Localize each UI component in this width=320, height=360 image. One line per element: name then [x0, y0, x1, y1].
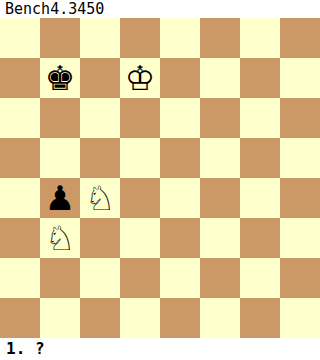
square-d3[interactable] — [120, 218, 160, 258]
square-g1[interactable] — [240, 298, 280, 338]
square-c2[interactable] — [80, 258, 120, 298]
square-b1[interactable] — [40, 298, 80, 338]
square-b6[interactable] — [40, 98, 80, 138]
piece-white-king-d7[interactable]: ♔ — [125, 58, 155, 98]
square-a1[interactable] — [0, 298, 40, 338]
square-c4[interactable]: ♘ — [80, 178, 120, 218]
square-a2[interactable] — [0, 258, 40, 298]
square-h6[interactable] — [280, 98, 320, 138]
square-c6[interactable] — [80, 98, 120, 138]
square-g4[interactable] — [240, 178, 280, 218]
square-c1[interactable] — [80, 298, 120, 338]
square-c3[interactable] — [80, 218, 120, 258]
chess-diagram-window: Bench4.3450 ♚♔♟♘♘ 1. ? — [0, 0, 320, 360]
square-g3[interactable] — [240, 218, 280, 258]
square-b3[interactable]: ♘ — [40, 218, 80, 258]
square-b5[interactable] — [40, 138, 80, 178]
square-h1[interactable] — [280, 298, 320, 338]
square-d5[interactable] — [120, 138, 160, 178]
square-f4[interactable] — [200, 178, 240, 218]
square-e5[interactable] — [160, 138, 200, 178]
square-h4[interactable] — [280, 178, 320, 218]
piece-white-knight-c4[interactable]: ♘ — [85, 178, 115, 218]
piece-white-knight-b3[interactable]: ♘ — [45, 218, 75, 258]
square-e1[interactable] — [160, 298, 200, 338]
square-d2[interactable] — [120, 258, 160, 298]
square-h2[interactable] — [280, 258, 320, 298]
square-f5[interactable] — [200, 138, 240, 178]
square-h3[interactable] — [280, 218, 320, 258]
square-a7[interactable] — [0, 58, 40, 98]
square-d7[interactable]: ♔ — [120, 58, 160, 98]
square-h8[interactable] — [280, 18, 320, 58]
square-d6[interactable] — [120, 98, 160, 138]
square-a5[interactable] — [0, 138, 40, 178]
square-b2[interactable] — [40, 258, 80, 298]
square-g7[interactable] — [240, 58, 280, 98]
square-d4[interactable] — [120, 178, 160, 218]
piece-black-pawn-b4[interactable]: ♟ — [45, 178, 75, 218]
square-f6[interactable] — [200, 98, 240, 138]
piece-black-king-b7[interactable]: ♚ — [45, 58, 75, 98]
square-e2[interactable] — [160, 258, 200, 298]
square-g5[interactable] — [240, 138, 280, 178]
square-d8[interactable] — [120, 18, 160, 58]
chess-board: ♚♔♟♘♘ — [0, 18, 320, 338]
square-e8[interactable] — [160, 18, 200, 58]
square-e6[interactable] — [160, 98, 200, 138]
square-g2[interactable] — [240, 258, 280, 298]
square-a6[interactable] — [0, 98, 40, 138]
square-b7[interactable]: ♚ — [40, 58, 80, 98]
square-c5[interactable] — [80, 138, 120, 178]
move-prompt: 1. ? — [6, 339, 45, 358]
square-f2[interactable] — [200, 258, 240, 298]
square-f1[interactable] — [200, 298, 240, 338]
square-d1[interactable] — [120, 298, 160, 338]
square-f7[interactable] — [200, 58, 240, 98]
square-h7[interactable] — [280, 58, 320, 98]
square-h5[interactable] — [280, 138, 320, 178]
square-b4[interactable]: ♟ — [40, 178, 80, 218]
square-a3[interactable] — [0, 218, 40, 258]
square-e3[interactable] — [160, 218, 200, 258]
square-g8[interactable] — [240, 18, 280, 58]
square-c8[interactable] — [80, 18, 120, 58]
square-g6[interactable] — [240, 98, 280, 138]
square-e7[interactable] — [160, 58, 200, 98]
square-f3[interactable] — [200, 218, 240, 258]
puzzle-title: Bench4.3450 — [5, 1, 104, 18]
square-a8[interactable] — [0, 18, 40, 58]
square-f8[interactable] — [200, 18, 240, 58]
square-c7[interactable] — [80, 58, 120, 98]
square-e4[interactable] — [160, 178, 200, 218]
square-b8[interactable] — [40, 18, 80, 58]
square-a4[interactable] — [0, 178, 40, 218]
